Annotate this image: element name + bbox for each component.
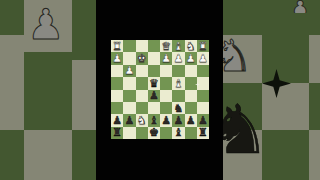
- square-f6[interactable]: [136, 102, 148, 114]
- piece-white-pawn[interactable]: ♟: [186, 53, 196, 64]
- square-b5[interactable]: [185, 90, 197, 102]
- piece-white-knight[interactable]: ♞: [186, 41, 196, 52]
- square-a8[interactable]: ♜: [197, 127, 209, 139]
- square-h6[interactable]: [111, 102, 123, 114]
- square-e6[interactable]: [148, 102, 160, 114]
- square-d8[interactable]: [160, 127, 172, 139]
- piece-white-king[interactable]: ♚: [137, 53, 147, 64]
- piece-black-rook[interactable]: ♜: [198, 127, 208, 138]
- square-a3[interactable]: [197, 65, 209, 77]
- square-h3[interactable]: [111, 65, 123, 77]
- square-d5[interactable]: [160, 90, 172, 102]
- piece-white-rook[interactable]: ♜: [198, 41, 208, 52]
- square-c5[interactable]: [172, 90, 184, 102]
- square-c4[interactable]: ♝: [172, 77, 184, 89]
- square-g4[interactable]: [123, 77, 135, 89]
- square-d1[interactable]: ♛: [160, 40, 172, 52]
- square-g3[interactable]: ♟: [123, 65, 135, 77]
- square-a6[interactable]: [197, 102, 209, 114]
- square-c8[interactable]: ♝: [172, 127, 184, 139]
- square-c7[interactable]: ♟: [172, 114, 184, 126]
- square-d4[interactable]: [160, 77, 172, 89]
- square-b6[interactable]: [185, 102, 197, 114]
- piece-white-pawn[interactable]: ♟: [161, 53, 171, 64]
- screen: ♟♞♞♟ ♜♛♝♞♜♟♚♟♟♟♟♟♛♝♟♞♟♟♞♝♟♟♟♟♜♚♝♜: [0, 0, 320, 180]
- piece-black-pawn[interactable]: ♟: [161, 115, 171, 126]
- square-a2[interactable]: ♟: [197, 52, 209, 64]
- piece-white-pawn[interactable]: ♟: [124, 65, 134, 76]
- piece-black-pawn[interactable]: ♟: [149, 90, 159, 101]
- square-c2[interactable]: ♟: [172, 52, 184, 64]
- piece-white-bishop[interactable]: ♝: [173, 78, 183, 89]
- piece-black-bishop[interactable]: ♝: [149, 115, 159, 126]
- square-f3[interactable]: [136, 65, 148, 77]
- chess-board[interactable]: ♜♛♝♞♜♟♚♟♟♟♟♟♛♝♟♞♟♟♞♝♟♟♟♟♜♚♝♜: [111, 40, 209, 139]
- square-d7[interactable]: ♟: [160, 114, 172, 126]
- square-h4[interactable]: [111, 77, 123, 89]
- square-a4[interactable]: [197, 77, 209, 89]
- piece-white-bishop[interactable]: ♝: [173, 41, 183, 52]
- square-b8[interactable]: [185, 127, 197, 139]
- piece-black-pawn[interactable]: ♟: [173, 115, 183, 126]
- square-g7[interactable]: ♟: [123, 114, 135, 126]
- piece-white-knight[interactable]: ♞: [137, 115, 147, 126]
- square-e7[interactable]: ♝: [148, 114, 160, 126]
- square-g5[interactable]: [123, 90, 135, 102]
- square-b3[interactable]: [185, 65, 197, 77]
- square-g1[interactable]: [123, 40, 135, 52]
- square-a5[interactable]: [197, 90, 209, 102]
- square-c6[interactable]: ♞: [172, 102, 184, 114]
- piece-black-rook[interactable]: ♜: [112, 127, 122, 138]
- square-d2[interactable]: ♟: [160, 52, 172, 64]
- piece-black-pawn[interactable]: ♟: [124, 115, 134, 126]
- piece-white-rook[interactable]: ♜: [112, 41, 122, 52]
- piece-black-knight[interactable]: ♞: [173, 103, 183, 114]
- piece-black-queen[interactable]: ♛: [149, 78, 159, 89]
- square-g2[interactable]: [123, 52, 135, 64]
- square-b7[interactable]: ♟: [185, 114, 197, 126]
- square-h7[interactable]: ♟: [111, 114, 123, 126]
- square-b2[interactable]: ♟: [185, 52, 197, 64]
- square-e4[interactable]: ♛: [148, 77, 160, 89]
- square-g6[interactable]: [123, 102, 135, 114]
- square-b4[interactable]: [185, 77, 197, 89]
- square-a1[interactable]: ♜: [197, 40, 209, 52]
- square-h2[interactable]: ♟: [111, 52, 123, 64]
- piece-white-pawn[interactable]: ♟: [112, 53, 122, 64]
- square-c1[interactable]: ♝: [172, 40, 184, 52]
- square-e3[interactable]: [148, 65, 160, 77]
- square-f2[interactable]: ♚: [136, 52, 148, 64]
- square-c3[interactable]: [172, 65, 184, 77]
- piece-black-king[interactable]: ♚: [149, 127, 159, 138]
- square-f5[interactable]: [136, 90, 148, 102]
- square-b1[interactable]: ♞: [185, 40, 197, 52]
- square-h8[interactable]: ♜: [111, 127, 123, 139]
- square-e2[interactable]: [148, 52, 160, 64]
- piece-white-pawn[interactable]: ♟: [173, 53, 183, 64]
- piece-black-pawn[interactable]: ♟: [186, 115, 196, 126]
- square-f7[interactable]: ♞: [136, 114, 148, 126]
- square-a7[interactable]: ♟: [197, 114, 209, 126]
- square-e5[interactable]: ♟: [148, 90, 160, 102]
- square-g8[interactable]: [123, 127, 135, 139]
- square-h1[interactable]: ♜: [111, 40, 123, 52]
- square-e8[interactable]: ♚: [148, 127, 160, 139]
- piece-black-pawn[interactable]: ♟: [112, 115, 122, 126]
- square-h5[interactable]: [111, 90, 123, 102]
- piece-black-pawn[interactable]: ♟: [198, 115, 208, 126]
- piece-white-queen[interactable]: ♛: [161, 41, 171, 52]
- square-f1[interactable]: [136, 40, 148, 52]
- square-d3[interactable]: [160, 65, 172, 77]
- square-e1[interactable]: [148, 40, 160, 52]
- square-f4[interactable]: [136, 77, 148, 89]
- piece-white-pawn[interactable]: ♟: [198, 53, 208, 64]
- piece-black-bishop[interactable]: ♝: [173, 127, 183, 138]
- square-d6[interactable]: [160, 102, 172, 114]
- square-f8[interactable]: [136, 127, 148, 139]
